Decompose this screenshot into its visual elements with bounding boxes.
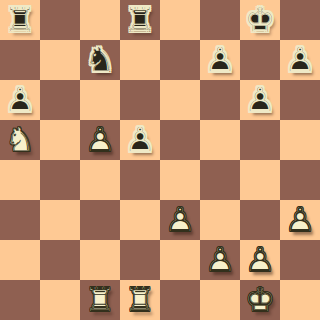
piece-black-pawn[interactable]: ♟♙ bbox=[200, 40, 240, 80]
square-b1[interactable] bbox=[40, 280, 80, 320]
square-b7[interactable] bbox=[40, 40, 80, 80]
square-f5[interactable] bbox=[200, 120, 240, 160]
square-c1[interactable]: ♜♖ bbox=[80, 280, 120, 320]
rook-glyph-detail: ♖ bbox=[80, 280, 120, 320]
knight-glyph-detail: ♘ bbox=[0, 120, 40, 160]
square-g1[interactable]: ♚♔ bbox=[240, 280, 280, 320]
square-e4[interactable] bbox=[160, 160, 200, 200]
square-e1[interactable] bbox=[160, 280, 200, 320]
square-c4[interactable] bbox=[80, 160, 120, 200]
piece-black-king[interactable]: ♚♔ bbox=[240, 0, 280, 40]
square-d2[interactable] bbox=[120, 240, 160, 280]
piece-black-pawn[interactable]: ♟♙ bbox=[0, 80, 40, 120]
piece-white-pawn[interactable]: ♟♙ bbox=[280, 200, 320, 240]
piece-white-pawn[interactable]: ♟♙ bbox=[200, 240, 240, 280]
rook-glyph-detail: ♖ bbox=[0, 0, 40, 40]
chess-board: ♜♖♜♖♚♔♞♘♟♙♟♙♟♙♟♙♞♘♟♙♟♙♟♙♟♙♟♙♟♙♜♖♜♖♚♔ bbox=[0, 0, 320, 320]
square-a7[interactable] bbox=[0, 40, 40, 80]
piece-white-knight[interactable]: ♞♘ bbox=[0, 120, 40, 160]
piece-white-pawn[interactable]: ♟♙ bbox=[240, 240, 280, 280]
pawn-glyph-detail: ♙ bbox=[200, 240, 240, 280]
piece-black-rook[interactable]: ♜♖ bbox=[0, 0, 40, 40]
square-a5[interactable]: ♞♘ bbox=[0, 120, 40, 160]
square-a2[interactable] bbox=[0, 240, 40, 280]
pawn-glyph-detail: ♙ bbox=[200, 40, 240, 80]
square-c8[interactable] bbox=[80, 0, 120, 40]
square-b2[interactable] bbox=[40, 240, 80, 280]
square-a1[interactable] bbox=[0, 280, 40, 320]
square-d6[interactable] bbox=[120, 80, 160, 120]
piece-white-rook[interactable]: ♜♖ bbox=[120, 280, 160, 320]
square-g4[interactable] bbox=[240, 160, 280, 200]
piece-white-king[interactable]: ♚♔ bbox=[240, 280, 280, 320]
pawn-glyph-detail: ♙ bbox=[240, 240, 280, 280]
square-c6[interactable] bbox=[80, 80, 120, 120]
square-g8[interactable]: ♚♔ bbox=[240, 0, 280, 40]
square-d1[interactable]: ♜♖ bbox=[120, 280, 160, 320]
square-f8[interactable] bbox=[200, 0, 240, 40]
square-f6[interactable] bbox=[200, 80, 240, 120]
square-c3[interactable] bbox=[80, 200, 120, 240]
square-c7[interactable]: ♞♘ bbox=[80, 40, 120, 80]
pawn-glyph-detail: ♙ bbox=[160, 200, 200, 240]
piece-black-pawn[interactable]: ♟♙ bbox=[280, 40, 320, 80]
king-glyph-detail: ♔ bbox=[240, 0, 280, 40]
rook-glyph-detail: ♖ bbox=[120, 280, 160, 320]
square-c5[interactable]: ♟♙ bbox=[80, 120, 120, 160]
square-f2[interactable]: ♟♙ bbox=[200, 240, 240, 280]
square-a8[interactable]: ♜♖ bbox=[0, 0, 40, 40]
pawn-glyph-detail: ♙ bbox=[240, 80, 280, 120]
piece-white-pawn[interactable]: ♟♙ bbox=[160, 200, 200, 240]
pawn-glyph-detail: ♙ bbox=[120, 120, 160, 160]
pawn-glyph-detail: ♙ bbox=[280, 200, 320, 240]
square-c2[interactable] bbox=[80, 240, 120, 280]
square-f3[interactable] bbox=[200, 200, 240, 240]
piece-black-knight[interactable]: ♞♘ bbox=[80, 40, 120, 80]
piece-white-rook[interactable]: ♜♖ bbox=[80, 280, 120, 320]
square-d3[interactable] bbox=[120, 200, 160, 240]
square-a3[interactable] bbox=[0, 200, 40, 240]
square-h3[interactable]: ♟♙ bbox=[280, 200, 320, 240]
square-d5[interactable]: ♟♙ bbox=[120, 120, 160, 160]
square-h7[interactable]: ♟♙ bbox=[280, 40, 320, 80]
square-g3[interactable] bbox=[240, 200, 280, 240]
square-e6[interactable] bbox=[160, 80, 200, 120]
pawn-glyph-detail: ♙ bbox=[80, 120, 120, 160]
square-e7[interactable] bbox=[160, 40, 200, 80]
square-e5[interactable] bbox=[160, 120, 200, 160]
rook-glyph-detail: ♖ bbox=[120, 0, 160, 40]
chess-board-wrapper: ♜♖♜♖♚♔♞♘♟♙♟♙♟♙♟♙♞♘♟♙♟♙♟♙♟♙♟♙♟♙♜♖♜♖♚♔ bbox=[0, 0, 320, 320]
pawn-glyph-detail: ♙ bbox=[0, 80, 40, 120]
square-h6[interactable] bbox=[280, 80, 320, 120]
square-g7[interactable] bbox=[240, 40, 280, 80]
square-h2[interactable] bbox=[280, 240, 320, 280]
square-h4[interactable] bbox=[280, 160, 320, 200]
square-h1[interactable] bbox=[280, 280, 320, 320]
square-e2[interactable] bbox=[160, 240, 200, 280]
square-h8[interactable] bbox=[280, 0, 320, 40]
square-g5[interactable] bbox=[240, 120, 280, 160]
square-d7[interactable] bbox=[120, 40, 160, 80]
square-f4[interactable] bbox=[200, 160, 240, 200]
piece-black-pawn[interactable]: ♟♙ bbox=[240, 80, 280, 120]
square-b3[interactable] bbox=[40, 200, 80, 240]
square-f1[interactable] bbox=[200, 280, 240, 320]
square-g6[interactable]: ♟♙ bbox=[240, 80, 280, 120]
square-g2[interactable]: ♟♙ bbox=[240, 240, 280, 280]
square-a6[interactable]: ♟♙ bbox=[0, 80, 40, 120]
square-d8[interactable]: ♜♖ bbox=[120, 0, 160, 40]
pawn-glyph-detail: ♙ bbox=[280, 40, 320, 80]
square-b5[interactable] bbox=[40, 120, 80, 160]
square-e8[interactable] bbox=[160, 0, 200, 40]
square-e3[interactable]: ♟♙ bbox=[160, 200, 200, 240]
king-glyph-detail: ♔ bbox=[240, 280, 280, 320]
piece-black-pawn[interactable]: ♟♙ bbox=[120, 120, 160, 160]
square-d4[interactable] bbox=[120, 160, 160, 200]
knight-glyph-detail: ♘ bbox=[80, 40, 120, 80]
square-h5[interactable] bbox=[280, 120, 320, 160]
square-a4[interactable] bbox=[0, 160, 40, 200]
square-b4[interactable] bbox=[40, 160, 80, 200]
square-f7[interactable]: ♟♙ bbox=[200, 40, 240, 80]
square-b6[interactable] bbox=[40, 80, 80, 120]
piece-white-pawn[interactable]: ♟♙ bbox=[80, 120, 120, 160]
piece-black-rook[interactable]: ♜♖ bbox=[120, 0, 160, 40]
square-b8[interactable] bbox=[40, 0, 80, 40]
